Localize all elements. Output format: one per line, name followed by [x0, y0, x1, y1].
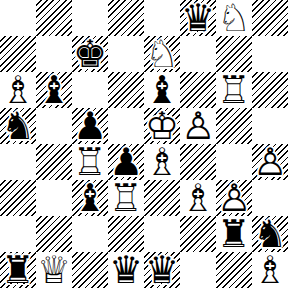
piece-halo: ♚ — [144, 108, 180, 144]
square-g3[interactable]: ♟♙ — [216, 180, 252, 216]
square-c7[interactable]: ♚♚ — [72, 36, 108, 72]
piece-black-bishop: ♝ — [72, 180, 108, 216]
square-b4[interactable] — [36, 144, 72, 180]
square-h3[interactable] — [252, 180, 288, 216]
square-g7[interactable] — [216, 36, 252, 72]
square-f8[interactable]: ♛♛ — [180, 0, 216, 36]
square-c2[interactable] — [72, 216, 108, 252]
piece-halo: ♛ — [180, 0, 216, 36]
piece-white-rook: ♖ — [216, 72, 252, 108]
piece-halo: ♜ — [72, 144, 108, 180]
square-f6[interactable] — [180, 72, 216, 108]
square-a3[interactable] — [0, 180, 36, 216]
square-h7[interactable] — [252, 36, 288, 72]
square-g6[interactable]: ♜♖ — [216, 72, 252, 108]
piece-black-queen: ♛ — [144, 252, 180, 288]
square-b5[interactable] — [36, 108, 72, 144]
square-g5[interactable] — [216, 108, 252, 144]
square-a6[interactable]: ♝♗ — [0, 72, 36, 108]
square-h8[interactable] — [252, 0, 288, 36]
piece-white-knight: ♘ — [216, 0, 252, 36]
chess-board: ♛♛♞♘♚♚♞♘♝♗♝♝♝♝♜♖♞♞♟♟♚♔♟♙♜♖♟♟♝♗♟♙♝♝♜♖♝♗♟♙… — [0, 0, 288, 288]
square-b8[interactable] — [36, 0, 72, 36]
piece-white-pawn: ♙ — [216, 180, 252, 216]
square-a5[interactable]: ♞♞ — [0, 108, 36, 144]
piece-white-bishop: ♗ — [144, 144, 180, 180]
piece-black-rook: ♜ — [216, 216, 252, 252]
piece-black-knight: ♞ — [0, 108, 36, 144]
piece-black-king: ♚ — [72, 36, 108, 72]
square-f3[interactable]: ♝♗ — [180, 180, 216, 216]
square-h4[interactable]: ♟♙ — [252, 144, 288, 180]
square-f1[interactable] — [180, 252, 216, 288]
square-f7[interactable] — [180, 36, 216, 72]
square-g8[interactable]: ♞♘ — [216, 0, 252, 36]
chess-diagram-page: ♛♛♞♘♚♚♞♘♝♗♝♝♝♝♜♖♞♞♟♟♚♔♟♙♜♖♟♟♝♗♟♙♝♝♜♖♝♗♟♙… — [0, 0, 288, 288]
piece-white-bishop: ♗ — [252, 252, 288, 288]
piece-black-knight: ♞ — [252, 216, 288, 252]
piece-halo: ♝ — [0, 72, 36, 108]
square-d3[interactable]: ♜♖ — [108, 180, 144, 216]
square-e8[interactable] — [144, 0, 180, 36]
square-d7[interactable] — [108, 36, 144, 72]
square-f2[interactable] — [180, 216, 216, 252]
square-e5[interactable]: ♚♔ — [144, 108, 180, 144]
square-a1[interactable]: ♜♜ — [0, 252, 36, 288]
square-e7[interactable]: ♞♘ — [144, 36, 180, 72]
piece-white-pawn: ♙ — [252, 144, 288, 180]
piece-halo: ♛ — [144, 252, 180, 288]
square-d2[interactable] — [108, 216, 144, 252]
piece-halo: ♚ — [72, 36, 108, 72]
piece-halo: ♜ — [0, 252, 36, 288]
square-d8[interactable] — [108, 0, 144, 36]
piece-halo: ♜ — [216, 72, 252, 108]
square-b6[interactable]: ♝♝ — [36, 72, 72, 108]
piece-halo: ♞ — [252, 216, 288, 252]
square-g4[interactable] — [216, 144, 252, 180]
piece-halo: ♟ — [108, 144, 144, 180]
square-b3[interactable] — [36, 180, 72, 216]
piece-white-queen: ♕ — [36, 252, 72, 288]
square-d1[interactable]: ♛♛ — [108, 252, 144, 288]
piece-halo: ♜ — [108, 180, 144, 216]
square-c1[interactable] — [72, 252, 108, 288]
square-g2[interactable]: ♜♜ — [216, 216, 252, 252]
square-f5[interactable]: ♟♙ — [180, 108, 216, 144]
piece-halo: ♛ — [108, 252, 144, 288]
piece-black-pawn: ♟ — [108, 144, 144, 180]
square-b1[interactable]: ♛♕ — [36, 252, 72, 288]
square-e4[interactable]: ♝♗ — [144, 144, 180, 180]
piece-white-knight: ♘ — [144, 36, 180, 72]
piece-white-bishop: ♗ — [0, 72, 36, 108]
piece-halo: ♟ — [252, 144, 288, 180]
square-d6[interactable] — [108, 72, 144, 108]
piece-halo: ♞ — [0, 108, 36, 144]
square-e1[interactable]: ♛♛ — [144, 252, 180, 288]
piece-black-rook: ♜ — [0, 252, 36, 288]
square-h1[interactable]: ♝♗ — [252, 252, 288, 288]
piece-halo: ♟ — [216, 180, 252, 216]
square-d5[interactable] — [108, 108, 144, 144]
piece-white-rook: ♖ — [108, 180, 144, 216]
square-d4[interactable]: ♟♟ — [108, 144, 144, 180]
piece-black-pawn: ♟ — [72, 108, 108, 144]
square-c6[interactable] — [72, 72, 108, 108]
square-b2[interactable] — [36, 216, 72, 252]
piece-black-bishop: ♝ — [144, 72, 180, 108]
piece-black-bishop: ♝ — [36, 72, 72, 108]
piece-white-rook: ♖ — [72, 144, 108, 180]
square-h2[interactable]: ♞♞ — [252, 216, 288, 252]
square-a7[interactable] — [0, 36, 36, 72]
piece-halo: ♞ — [144, 36, 180, 72]
square-b7[interactable] — [36, 36, 72, 72]
piece-halo: ♝ — [72, 180, 108, 216]
square-e3[interactable] — [144, 180, 180, 216]
square-h5[interactable] — [252, 108, 288, 144]
piece-halo: ♜ — [216, 216, 252, 252]
square-c8[interactable] — [72, 0, 108, 36]
piece-black-queen: ♛ — [108, 252, 144, 288]
piece-white-king: ♔ — [144, 108, 180, 144]
piece-halo: ♟ — [72, 108, 108, 144]
piece-white-pawn: ♙ — [180, 108, 216, 144]
piece-halo: ♝ — [144, 72, 180, 108]
piece-halo: ♝ — [252, 252, 288, 288]
square-a2[interactable] — [0, 216, 36, 252]
piece-black-queen: ♛ — [180, 0, 216, 36]
square-e6[interactable]: ♝♝ — [144, 72, 180, 108]
square-g1[interactable] — [216, 252, 252, 288]
piece-halo: ♟ — [180, 108, 216, 144]
square-a8[interactable] — [0, 0, 36, 36]
square-e2[interactable] — [144, 216, 180, 252]
piece-halo: ♞ — [216, 0, 252, 36]
square-h6[interactable] — [252, 72, 288, 108]
square-c4[interactable]: ♜♖ — [72, 144, 108, 180]
piece-halo: ♝ — [36, 72, 72, 108]
piece-halo: ♝ — [180, 180, 216, 216]
square-c5[interactable]: ♟♟ — [72, 108, 108, 144]
square-c3[interactable]: ♝♝ — [72, 180, 108, 216]
square-f4[interactable] — [180, 144, 216, 180]
piece-halo: ♝ — [144, 144, 180, 180]
piece-white-bishop: ♗ — [180, 180, 216, 216]
piece-halo: ♛ — [36, 252, 72, 288]
square-a4[interactable] — [0, 144, 36, 180]
